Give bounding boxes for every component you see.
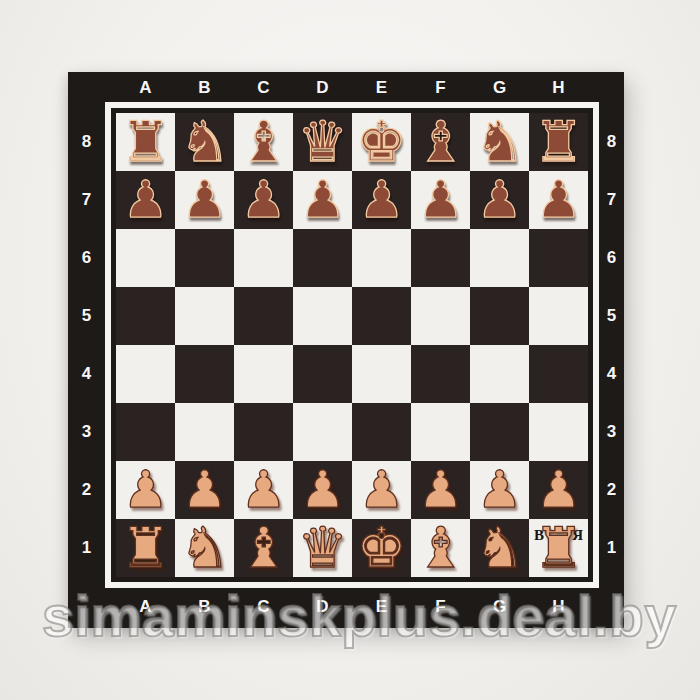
square-c8[interactable]: ♝ (234, 113, 293, 171)
square-a2[interactable]: ♟ (116, 461, 175, 519)
square-h8[interactable]: ♜ (529, 113, 588, 171)
board-inner-frame: ♜♞♝♛♚♝♞♜♟♟♟♟♟♟♟♟♟♟♟♟♟♟♟♟♜♞♝♛♚♝♞ВЯ♜ (105, 102, 599, 588)
rank-label-left-5: 5 (68, 287, 105, 345)
square-g2[interactable]: ♟ (470, 461, 529, 519)
rank-label-left-3: 3 (68, 403, 105, 461)
photo-background: ABCDEFGH 87654321 ♜♞♝♛♚♝♞♜♟♟♟♟♟♟♟♟♟♟♟♟♟♟… (0, 0, 700, 700)
square-f1[interactable]: ♝ (411, 519, 470, 577)
file-label-top-b: B (175, 72, 234, 102)
square-c1[interactable]: ♝ (234, 519, 293, 577)
piece-white-queen[interactable]: ♛ (293, 519, 352, 577)
piece-white-king[interactable]: ♚ (352, 519, 411, 577)
square-f5[interactable] (411, 287, 470, 345)
square-d1[interactable]: ♛ (293, 519, 352, 577)
piece-white-pawn[interactable]: ♟ (411, 461, 470, 519)
square-d8[interactable]: ♛ (293, 113, 352, 171)
rank-label-left-2: 2 (68, 461, 105, 519)
square-e5[interactable] (352, 287, 411, 345)
piece-black-knight[interactable]: ♞ (175, 113, 234, 171)
rank-labels-left: 87654321 (68, 102, 105, 588)
square-g3[interactable] (470, 403, 529, 461)
piece-black-pawn[interactable]: ♟ (234, 171, 293, 229)
square-c4[interactable] (234, 345, 293, 403)
rank-label-right-2: 2 (599, 461, 624, 519)
piece-black-pawn[interactable]: ♟ (116, 171, 175, 229)
piece-white-pawn[interactable]: ♟ (293, 461, 352, 519)
square-g7[interactable]: ♟ (470, 171, 529, 229)
square-c2[interactable]: ♟ (234, 461, 293, 519)
square-a3[interactable] (116, 403, 175, 461)
square-g5[interactable] (470, 287, 529, 345)
file-label-bottom-h: H (529, 588, 588, 628)
piece-white-pawn[interactable]: ♟ (175, 461, 234, 519)
square-b7[interactable]: ♟ (175, 171, 234, 229)
square-d4[interactable] (293, 345, 352, 403)
square-a5[interactable] (116, 287, 175, 345)
file-label-top-d: D (293, 72, 352, 102)
piece-black-pawn[interactable]: ♟ (352, 171, 411, 229)
piece-black-bishop[interactable]: ♝ (411, 113, 470, 171)
rank-label-left-4: 4 (68, 345, 105, 403)
square-c5[interactable] (234, 287, 293, 345)
rank-label-right-4: 4 (599, 345, 624, 403)
square-b2[interactable]: ♟ (175, 461, 234, 519)
file-label-top-g: G (470, 72, 529, 102)
rank-label-right-5: 5 (599, 287, 624, 345)
square-e8[interactable]: ♚ (352, 113, 411, 171)
square-h3[interactable] (529, 403, 588, 461)
square-a6[interactable] (116, 229, 175, 287)
square-h7[interactable]: ♟ (529, 171, 588, 229)
rank-label-right-1: 1 (599, 519, 624, 577)
rank-label-left-7: 7 (68, 171, 105, 229)
file-labels-top: ABCDEFGH (68, 72, 624, 102)
piece-white-pawn[interactable]: ♟ (116, 461, 175, 519)
square-g8[interactable]: ♞ (470, 113, 529, 171)
piece-white-bishop[interactable]: ♝ (234, 519, 293, 577)
rank-label-left-8: 8 (68, 113, 105, 171)
square-f3[interactable] (411, 403, 470, 461)
rank-labels-right: 87654321 (599, 102, 624, 588)
square-h6[interactable] (529, 229, 588, 287)
piece-white-rook[interactable]: ♜ (116, 519, 175, 577)
square-d7[interactable]: ♟ (293, 171, 352, 229)
rank-label-right-8: 8 (599, 113, 624, 171)
rank-label-right-6: 6 (599, 229, 624, 287)
piece-black-pawn[interactable]: ♟ (470, 171, 529, 229)
piece-white-bishop[interactable]: ♝ (411, 519, 470, 577)
rank-label-left-1: 1 (68, 519, 105, 577)
square-h1[interactable]: ВЯ♜ (529, 519, 588, 577)
file-label-top-c: C (234, 72, 293, 102)
square-g1[interactable]: ♞ (470, 519, 529, 577)
square-e1[interactable]: ♚ (352, 519, 411, 577)
square-h5[interactable] (529, 287, 588, 345)
piece-black-rook[interactable]: ♜ (116, 113, 175, 171)
board-grid: ♜♞♝♛♚♝♞♜♟♟♟♟♟♟♟♟♟♟♟♟♟♟♟♟♜♞♝♛♚♝♞ВЯ♜ (116, 113, 588, 577)
square-h2[interactable]: ♟ (529, 461, 588, 519)
piece-white-pawn[interactable]: ♟ (352, 461, 411, 519)
square-h4[interactable] (529, 345, 588, 403)
file-label-top-f: F (411, 72, 470, 102)
square-a1[interactable]: ♜ (116, 519, 175, 577)
piece-black-pawn[interactable]: ♟ (529, 171, 588, 229)
file-label-top-a: A (116, 72, 175, 102)
file-label-bottom-a: A (116, 588, 175, 628)
piece-black-queen[interactable]: ♛ (293, 113, 352, 171)
rank-label-left-6: 6 (68, 229, 105, 287)
rank-label-right-7: 7 (599, 171, 624, 229)
file-label-top-h: H (529, 72, 588, 102)
piece-black-pawn[interactable]: ♟ (293, 171, 352, 229)
square-d5[interactable] (293, 287, 352, 345)
piece-black-bishop[interactable]: ♝ (234, 113, 293, 171)
file-label-bottom-b: B (175, 588, 234, 628)
rank-label-right-3: 3 (599, 403, 624, 461)
square-f4[interactable] (411, 345, 470, 403)
file-label-top-e: E (352, 72, 411, 102)
piece-black-pawn[interactable]: ♟ (411, 171, 470, 229)
square-d6[interactable] (293, 229, 352, 287)
piece-black-rook[interactable]: ♜ (529, 113, 588, 171)
square-a8[interactable]: ♜ (116, 113, 175, 171)
square-g6[interactable] (470, 229, 529, 287)
file-label-bottom-e: E (352, 588, 411, 628)
file-label-bottom-c: C (234, 588, 293, 628)
file-labels-bottom: ABCDEFGH (68, 588, 624, 628)
square-b3[interactable] (175, 403, 234, 461)
square-d2[interactable]: ♟ (293, 461, 352, 519)
square-a7[interactable]: ♟ (116, 171, 175, 229)
piece-white-rook[interactable]: ♜ (529, 519, 588, 577)
square-b6[interactable] (175, 229, 234, 287)
file-label-bottom-d: D (293, 588, 352, 628)
square-b1[interactable]: ♞ (175, 519, 234, 577)
square-c7[interactable]: ♟ (234, 171, 293, 229)
piece-white-knight[interactable]: ♞ (470, 519, 529, 577)
square-e3[interactable] (352, 403, 411, 461)
piece-white-pawn[interactable]: ♟ (470, 461, 529, 519)
file-label-bottom-g: G (470, 588, 529, 628)
square-f6[interactable] (411, 229, 470, 287)
square-d3[interactable] (293, 403, 352, 461)
piece-black-knight[interactable]: ♞ (470, 113, 529, 171)
piece-black-king[interactable]: ♚ (352, 113, 411, 171)
square-e6[interactable] (352, 229, 411, 287)
square-b4[interactable] (175, 345, 234, 403)
square-c6[interactable] (234, 229, 293, 287)
board-middle: 87654321 ♜♞♝♛♚♝♞♜♟♟♟♟♟♟♟♟♟♟♟♟♟♟♟♟♜♞♝♛♚♝♞… (68, 102, 624, 588)
square-e2[interactable]: ♟ (352, 461, 411, 519)
piece-white-knight[interactable]: ♞ (175, 519, 234, 577)
square-f2[interactable]: ♟ (411, 461, 470, 519)
piece-black-pawn[interactable]: ♟ (175, 171, 234, 229)
square-b5[interactable] (175, 287, 234, 345)
square-e7[interactable]: ♟ (352, 171, 411, 229)
piece-white-pawn[interactable]: ♟ (234, 461, 293, 519)
square-f7[interactable]: ♟ (411, 171, 470, 229)
square-f8[interactable]: ♝ (411, 113, 470, 171)
file-label-bottom-f: F (411, 588, 470, 628)
square-c3[interactable] (234, 403, 293, 461)
square-b8[interactable]: ♞ (175, 113, 234, 171)
square-e4[interactable] (352, 345, 411, 403)
square-g4[interactable] (470, 345, 529, 403)
chess-demo-board: ABCDEFGH 87654321 ♜♞♝♛♚♝♞♜♟♟♟♟♟♟♟♟♟♟♟♟♟♟… (68, 72, 624, 628)
square-a4[interactable] (116, 345, 175, 403)
piece-white-pawn[interactable]: ♟ (529, 461, 588, 519)
